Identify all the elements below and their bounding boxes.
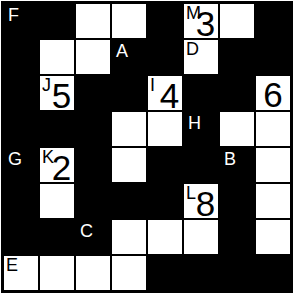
cell-r7c0[interactable]: E (4, 256, 38, 290)
cell-r1c2[interactable] (76, 40, 110, 74)
cell-r5c2 (76, 184, 110, 218)
cell-r3c0 (4, 112, 38, 146)
puzzle-board: FM3ADJ5I46HGK2BL8CE (1, 1, 293, 293)
cell-r2c1[interactable]: J5 (40, 76, 74, 110)
cell-r6c3[interactable] (112, 220, 146, 254)
cell-r5c5[interactable]: L8 (184, 184, 218, 218)
cell-letter-G: G (8, 150, 22, 169)
cell-r2c2 (76, 76, 110, 110)
cell-r0c1 (40, 4, 74, 38)
cell-r0c7 (256, 4, 290, 38)
cell-r4c5 (184, 148, 218, 182)
cell-r5c7[interactable] (256, 184, 290, 218)
cell-r2c5 (184, 76, 218, 110)
cell-letter-B: B (224, 150, 236, 169)
cell-r0c3[interactable] (112, 4, 146, 38)
cell-r3c7[interactable] (256, 112, 290, 146)
cell-r7c1[interactable] (40, 256, 74, 290)
cell-letter-M: M (186, 4, 201, 23)
cell-letter-I: I (150, 76, 155, 95)
cell-r4c1[interactable]: K2 (40, 148, 74, 182)
puzzle-image: FM3ADJ5I46HGK2BL8CE (0, 0, 297, 297)
cell-r0c5[interactable]: M3 (184, 4, 218, 38)
cell-r6c7[interactable] (256, 220, 290, 254)
cell-r5c1[interactable] (40, 184, 74, 218)
cell-r4c7[interactable] (256, 148, 290, 182)
cell-r5c4 (148, 184, 182, 218)
cell-letter-H: H (188, 114, 201, 133)
cell-r4c0: G (4, 148, 38, 182)
cell-r2c7[interactable]: 6 (256, 76, 290, 110)
cell-r3c3[interactable] (112, 112, 146, 146)
cell-r4c2 (76, 148, 110, 182)
cell-letter-K: K (42, 148, 54, 167)
cell-letter-L: L (186, 184, 196, 203)
cell-digit: 4 (151, 76, 179, 110)
cell-r4c6: B (220, 148, 254, 182)
cell-r1c5[interactable]: D (184, 40, 218, 74)
cell-letter-F: F (8, 6, 19, 25)
cell-r6c6 (220, 220, 254, 254)
cell-r5c6 (220, 184, 254, 218)
cell-r7c2[interactable] (76, 256, 110, 290)
cell-letter-A: A (116, 42, 128, 61)
cell-r3c2 (76, 112, 110, 146)
cell-r5c0 (4, 184, 38, 218)
cell-r6c5[interactable] (184, 220, 218, 254)
cell-r1c6 (220, 40, 254, 74)
cell-r7c6 (220, 256, 254, 290)
cell-r1c3: A (112, 40, 146, 74)
cell-r0c0: F (4, 4, 38, 38)
cell-r7c3[interactable] (112, 256, 146, 290)
cell-letter-E: E (6, 256, 18, 275)
cell-r7c5 (184, 256, 218, 290)
cell-r5c3 (112, 184, 146, 218)
cell-r6c4[interactable] (148, 220, 182, 254)
cell-r4c4 (148, 148, 182, 182)
cell-r1c1[interactable] (40, 40, 74, 74)
cell-letter-J: J (42, 76, 51, 95)
cell-r2c4[interactable]: I4 (148, 76, 182, 110)
cell-r3c5: H (184, 112, 218, 146)
cell-r0c2[interactable] (76, 4, 110, 38)
cell-r6c1 (40, 220, 74, 254)
cell-letter-D: D (186, 40, 199, 59)
cell-letter-C: C (80, 222, 93, 241)
cell-digit: 6 (263, 76, 282, 110)
cell-r1c0 (4, 40, 38, 74)
cell-r0c4 (148, 4, 182, 38)
cell-r7c7 (256, 256, 290, 290)
cell-r2c6 (220, 76, 254, 110)
cell-r3c6[interactable] (220, 112, 254, 146)
cell-r3c1 (40, 112, 74, 146)
cell-r6c2: C (76, 220, 110, 254)
cell-r1c7 (256, 40, 290, 74)
cell-r2c3 (112, 76, 146, 110)
cell-r3c4[interactable] (148, 112, 182, 146)
cell-r1c4 (148, 40, 182, 74)
cell-r4c3[interactable] (112, 148, 146, 182)
cell-r6c0 (4, 220, 38, 254)
cell-r7c4 (148, 256, 182, 290)
cell-r2c0 (4, 76, 38, 110)
cell-r0c6[interactable] (220, 4, 254, 38)
